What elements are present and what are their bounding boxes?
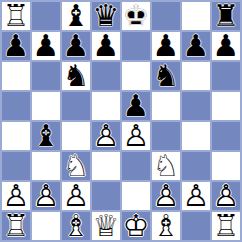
white-queen-outline-icon: ♕ <box>91 211 121 241</box>
square-b5[interactable] <box>31 91 61 121</box>
piece-white-pawn[interactable]: ♟♙ <box>1 181 31 211</box>
black-pawn-icon: ♟ <box>151 31 181 61</box>
white-pawn-outline-icon: ♙ <box>91 121 121 151</box>
black-pawn-icon: ♟ <box>181 31 211 61</box>
square-d8[interactable]: ♛ <box>91 1 121 31</box>
piece-black-pawn[interactable]: ♟ <box>61 31 91 61</box>
square-h3[interactable] <box>211 151 241 181</box>
square-b2[interactable]: ♟♙ <box>31 181 61 211</box>
white-knight-outline-icon: ♘ <box>151 151 181 181</box>
white-pawn-outline-icon: ♙ <box>61 181 91 211</box>
black-pawn-icon: ♟ <box>61 31 91 61</box>
white-king-outline-icon: ♔ <box>121 211 151 241</box>
white-rook-outline-icon: ♖ <box>1 1 31 31</box>
white-rook-outline-icon: ♖ <box>1 211 31 241</box>
white-pawn-outline-icon: ♙ <box>211 181 241 211</box>
piece-black-pawn[interactable]: ♟ <box>151 31 181 61</box>
black-king-outline-icon: ♔ <box>121 1 151 31</box>
piece-white-rook[interactable]: ♜♖ <box>211 211 241 241</box>
square-d3[interactable] <box>91 151 121 181</box>
black-knight-icon: ♞ <box>151 61 181 91</box>
white-rook-outline-icon: ♖ <box>211 211 241 241</box>
piece-black-pawn[interactable]: ♟ <box>91 31 121 61</box>
square-h2[interactable]: ♟♙ <box>211 181 241 211</box>
piece-white-pawn[interactable]: ♟♙ <box>211 181 241 211</box>
black-knight-icon: ♞ <box>61 61 91 91</box>
chess-board: ♜♖♝♛♚♔♜♟♟♟♟♟♟♟♞♞♟♝♟♙♟♙♞♘♞♘♟♙♟♙♟♙♟♙♟♙♟♙♜♖… <box>0 0 242 242</box>
square-b7[interactable]: ♟ <box>31 31 61 61</box>
square-a2[interactable]: ♟♙ <box>1 181 31 211</box>
piece-black-pawn[interactable]: ♟ <box>121 91 151 121</box>
square-c8[interactable]: ♝ <box>61 1 91 31</box>
square-b3[interactable] <box>31 151 61 181</box>
square-a6[interactable] <box>1 61 31 91</box>
piece-white-pawn[interactable]: ♟♙ <box>181 181 211 211</box>
square-g6[interactable] <box>181 61 211 91</box>
square-e7[interactable] <box>121 31 151 61</box>
piece-white-queen[interactable]: ♛♕ <box>91 211 121 241</box>
square-f3[interactable]: ♞♘ <box>151 151 181 181</box>
square-d2[interactable] <box>91 181 121 211</box>
square-e6[interactable] <box>121 61 151 91</box>
piece-white-pawn[interactable]: ♟♙ <box>31 181 61 211</box>
square-h4[interactable] <box>211 121 241 151</box>
black-pawn-icon: ♟ <box>1 31 31 61</box>
piece-black-rook[interactable]: ♜ <box>211 1 241 31</box>
square-g8[interactable] <box>181 1 211 31</box>
piece-black-king[interactable]: ♚♔ <box>121 1 151 31</box>
square-h5[interactable] <box>211 91 241 121</box>
square-a7[interactable]: ♟ <box>1 31 31 61</box>
square-h1[interactable]: ♜♖ <box>211 211 241 241</box>
square-e1[interactable]: ♚♔ <box>121 211 151 241</box>
piece-white-pawn[interactable]: ♟♙ <box>121 121 151 151</box>
square-b6[interactable] <box>31 61 61 91</box>
black-pawn-icon: ♟ <box>91 31 121 61</box>
square-b4[interactable]: ♝ <box>31 121 61 151</box>
piece-white-king[interactable]: ♚♔ <box>121 211 151 241</box>
white-pawn-outline-icon: ♙ <box>1 181 31 211</box>
square-f6[interactable]: ♞ <box>151 61 181 91</box>
piece-black-pawn[interactable]: ♟ <box>31 31 61 61</box>
square-g3[interactable] <box>181 151 211 181</box>
square-c5[interactable] <box>61 91 91 121</box>
black-queen-icon: ♛ <box>91 1 121 31</box>
piece-white-bishop[interactable]: ♝♗ <box>61 211 91 241</box>
black-bishop-icon: ♝ <box>31 121 61 151</box>
square-a8[interactable]: ♜♖ <box>1 1 31 31</box>
square-g7[interactable]: ♟ <box>181 31 211 61</box>
square-d1[interactable]: ♛♕ <box>91 211 121 241</box>
square-e3[interactable] <box>121 151 151 181</box>
piece-white-rook[interactable]: ♜♖ <box>1 211 31 241</box>
square-d6[interactable] <box>91 61 121 91</box>
square-b1[interactable] <box>31 211 61 241</box>
piece-white-bishop[interactable]: ♝♗ <box>151 211 181 241</box>
piece-black-pawn[interactable]: ♟ <box>1 31 31 61</box>
square-c7[interactable]: ♟ <box>61 31 91 61</box>
piece-black-pawn[interactable]: ♟ <box>211 31 241 61</box>
square-b8[interactable] <box>31 1 61 31</box>
square-h8[interactable]: ♜ <box>211 1 241 31</box>
piece-black-bishop[interactable]: ♝ <box>61 1 91 31</box>
piece-white-rook[interactable]: ♜♖ <box>1 1 31 31</box>
black-bishop-icon: ♝ <box>61 1 91 31</box>
square-d5[interactable] <box>91 91 121 121</box>
square-d7[interactable]: ♟ <box>91 31 121 61</box>
white-pawn-outline-icon: ♙ <box>31 181 61 211</box>
piece-black-pawn[interactable]: ♟ <box>181 31 211 61</box>
square-c1[interactable]: ♝♗ <box>61 211 91 241</box>
white-knight-outline-icon: ♘ <box>61 151 91 181</box>
black-rook-icon: ♜ <box>211 1 241 31</box>
black-pawn-icon: ♟ <box>31 31 61 61</box>
black-pawn-icon: ♟ <box>211 31 241 61</box>
square-f2[interactable]: ♟♙ <box>151 181 181 211</box>
square-f5[interactable] <box>151 91 181 121</box>
piece-black-knight[interactable]: ♞ <box>61 61 91 91</box>
piece-black-queen[interactable]: ♛ <box>91 1 121 31</box>
piece-white-pawn[interactable]: ♟♙ <box>91 121 121 151</box>
piece-black-bishop[interactable]: ♝ <box>31 121 61 151</box>
square-c2[interactable]: ♟♙ <box>61 181 91 211</box>
square-f7[interactable]: ♟ <box>151 31 181 61</box>
white-bishop-outline-icon: ♗ <box>151 211 181 241</box>
square-h6[interactable] <box>211 61 241 91</box>
square-f1[interactable]: ♝♗ <box>151 211 181 241</box>
piece-white-knight[interactable]: ♞♘ <box>151 151 181 181</box>
square-e8[interactable]: ♚♔ <box>121 1 151 31</box>
square-h7[interactable]: ♟ <box>211 31 241 61</box>
black-pawn-icon: ♟ <box>121 91 151 121</box>
square-e5[interactable]: ♟ <box>121 91 151 121</box>
square-a3[interactable] <box>1 151 31 181</box>
square-g4[interactable] <box>181 121 211 151</box>
square-f8[interactable] <box>151 1 181 31</box>
square-c4[interactable] <box>61 121 91 151</box>
piece-white-pawn[interactable]: ♟♙ <box>151 181 181 211</box>
piece-white-pawn[interactable]: ♟♙ <box>61 181 91 211</box>
white-pawn-outline-icon: ♙ <box>181 181 211 211</box>
square-a4[interactable] <box>1 121 31 151</box>
square-f4[interactable] <box>151 121 181 151</box>
white-bishop-outline-icon: ♗ <box>61 211 91 241</box>
square-e4[interactable]: ♟♙ <box>121 121 151 151</box>
piece-black-knight[interactable]: ♞ <box>151 61 181 91</box>
white-pawn-outline-icon: ♙ <box>151 181 181 211</box>
square-e2[interactable] <box>121 181 151 211</box>
square-g2[interactable]: ♟♙ <box>181 181 211 211</box>
square-c6[interactable]: ♞ <box>61 61 91 91</box>
white-pawn-outline-icon: ♙ <box>121 121 151 151</box>
square-g5[interactable] <box>181 91 211 121</box>
square-a5[interactable] <box>1 91 31 121</box>
square-g1[interactable] <box>181 211 211 241</box>
square-c3[interactable]: ♞♘ <box>61 151 91 181</box>
square-d4[interactable]: ♟♙ <box>91 121 121 151</box>
square-a1[interactable]: ♜♖ <box>1 211 31 241</box>
piece-white-knight[interactable]: ♞♘ <box>61 151 91 181</box>
